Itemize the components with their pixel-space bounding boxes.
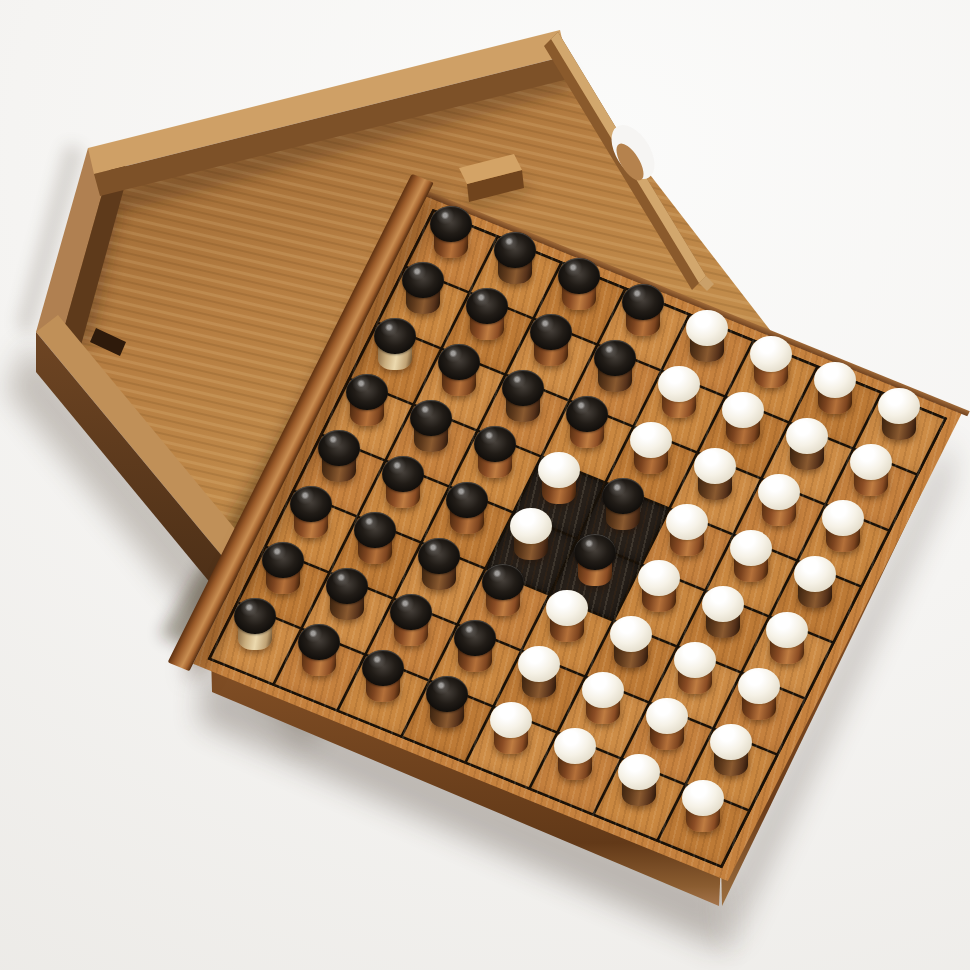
white-peg-cap xyxy=(686,310,728,346)
black-peg-cap xyxy=(494,232,536,268)
white-peg-cap xyxy=(710,724,752,760)
white-peg[interactable] xyxy=(682,780,724,862)
black-peg-cap xyxy=(438,344,480,380)
black-peg-cap xyxy=(466,288,508,324)
black-peg-cap xyxy=(418,538,460,574)
black-peg-cap xyxy=(482,564,524,600)
white-peg-cap xyxy=(630,422,672,458)
black-peg[interactable] xyxy=(234,598,276,680)
black-peg[interactable] xyxy=(362,650,404,732)
white-peg-cap xyxy=(610,616,652,652)
white-peg-cap xyxy=(490,702,532,738)
white-peg-cap xyxy=(638,560,680,596)
white-peg-cap xyxy=(694,448,736,484)
white-peg-cap xyxy=(878,388,920,424)
black-peg-cap xyxy=(326,568,368,604)
white-peg-cap xyxy=(758,474,800,510)
white-peg[interactable] xyxy=(618,754,660,836)
black-peg[interactable] xyxy=(298,624,340,706)
white-peg[interactable] xyxy=(554,728,596,810)
white-peg-cap xyxy=(702,586,744,622)
white-peg-cap xyxy=(794,556,836,592)
white-peg-cap xyxy=(658,366,700,402)
white-peg-cap xyxy=(786,418,828,454)
black-peg-cap xyxy=(558,258,600,294)
black-peg-cap xyxy=(290,486,332,522)
white-peg-cap xyxy=(666,504,708,540)
white-peg-cap xyxy=(738,668,780,704)
pegs-layer xyxy=(0,0,970,970)
black-peg[interactable] xyxy=(426,676,468,758)
black-peg-cap xyxy=(530,314,572,350)
black-peg-cap xyxy=(602,478,644,514)
white-peg-cap xyxy=(554,728,596,764)
black-peg-cap xyxy=(566,396,608,432)
white-peg-cap xyxy=(646,698,688,734)
black-peg-cap xyxy=(354,512,396,548)
white-peg-cap xyxy=(682,780,724,816)
white-peg-cap xyxy=(850,444,892,480)
black-peg-cap xyxy=(318,430,360,466)
black-peg-cap xyxy=(622,284,664,320)
white-peg-cap xyxy=(538,452,580,488)
black-peg-cap xyxy=(234,598,276,634)
black-peg-cap xyxy=(346,374,388,410)
black-peg-cap xyxy=(474,426,516,462)
white-peg-cap xyxy=(518,646,560,682)
black-peg-cap xyxy=(430,206,472,242)
white-peg-cap xyxy=(582,672,624,708)
white-peg-cap xyxy=(722,392,764,428)
white-peg-cap xyxy=(618,754,660,790)
white-peg[interactable] xyxy=(490,702,532,784)
black-peg-cap xyxy=(454,620,496,656)
white-peg-cap xyxy=(674,642,716,678)
white-peg-cap xyxy=(750,336,792,372)
white-peg-cap xyxy=(766,612,808,648)
black-peg-cap xyxy=(446,482,488,518)
black-peg-cap xyxy=(362,650,404,686)
black-peg-cap xyxy=(298,624,340,660)
white-peg-cap xyxy=(814,362,856,398)
white-peg-cap xyxy=(510,508,552,544)
black-peg-cap xyxy=(374,318,416,354)
black-peg-cap xyxy=(574,534,616,570)
black-peg-cap xyxy=(382,456,424,492)
white-peg-cap xyxy=(822,500,864,536)
white-peg-cap xyxy=(730,530,772,566)
photo-scene xyxy=(0,0,970,970)
black-peg-cap xyxy=(594,340,636,376)
black-peg-cap xyxy=(262,542,304,578)
black-peg-cap xyxy=(502,370,544,406)
black-peg-cap xyxy=(410,400,452,436)
white-peg-cap xyxy=(546,590,588,626)
black-peg-cap xyxy=(426,676,468,712)
black-peg-cap xyxy=(402,262,444,298)
black-peg-cap xyxy=(390,594,432,630)
